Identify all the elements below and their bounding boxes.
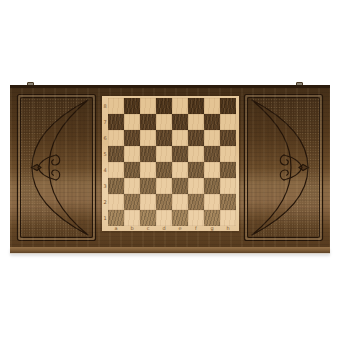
square-f7[interactable] (188, 114, 204, 130)
square-g5[interactable] (204, 146, 220, 162)
square-c7[interactable] (140, 114, 156, 130)
file-label-f: f (188, 225, 204, 231)
square-a5[interactable] (108, 146, 124, 162)
square-d5[interactable] (156, 146, 172, 162)
file-label-e: e (172, 225, 188, 231)
square-c4[interactable] (140, 162, 156, 178)
square-g2[interactable] (204, 194, 220, 210)
square-g8[interactable] (204, 98, 220, 114)
square-h1[interactable] (220, 210, 236, 226)
square-f1[interactable] (188, 210, 204, 226)
square-e7[interactable] (172, 114, 188, 130)
square-f6[interactable] (188, 130, 204, 146)
square-d3[interactable] (156, 178, 172, 194)
square-b4[interactable] (124, 162, 140, 178)
square-e2[interactable] (172, 194, 188, 210)
carved-case-face: 87654321 abcdefgh (10, 88, 330, 247)
square-c3[interactable] (140, 178, 156, 194)
square-g7[interactable] (204, 114, 220, 130)
square-h2[interactable] (220, 194, 236, 210)
square-e3[interactable] (172, 178, 188, 194)
square-a6[interactable] (108, 130, 124, 146)
crescent-ornament-left-icon (10, 88, 102, 247)
square-a3[interactable] (108, 178, 124, 194)
file-label-h: h (220, 225, 236, 231)
square-c6[interactable] (140, 130, 156, 146)
square-e5[interactable] (172, 146, 188, 162)
chessboard-panel: 87654321 abcdefgh (102, 96, 239, 231)
square-g4[interactable] (204, 162, 220, 178)
file-label-d: d (156, 225, 172, 231)
file-label-b: b (124, 225, 140, 231)
square-b2[interactable] (124, 194, 140, 210)
carved-panel-left (10, 88, 102, 247)
square-a8[interactable] (108, 98, 124, 114)
square-h5[interactable] (220, 146, 236, 162)
square-b3[interactable] (124, 178, 140, 194)
square-c5[interactable] (140, 146, 156, 162)
square-b6[interactable] (124, 130, 140, 146)
square-g3[interactable] (204, 178, 220, 194)
square-f8[interactable] (188, 98, 204, 114)
square-b7[interactable] (124, 114, 140, 130)
square-c2[interactable] (140, 194, 156, 210)
square-h7[interactable] (220, 114, 236, 130)
carved-panel-right (238, 88, 330, 247)
case-bottom-rim (10, 247, 330, 254)
file-label-c: c (140, 225, 156, 231)
square-d2[interactable] (156, 194, 172, 210)
square-b5[interactable] (124, 146, 140, 162)
square-h3[interactable] (220, 178, 236, 194)
square-h6[interactable] (220, 130, 236, 146)
square-h8[interactable] (220, 98, 236, 114)
chessboard-grid (108, 98, 236, 226)
square-d1[interactable] (156, 210, 172, 226)
square-e8[interactable] (172, 98, 188, 114)
square-d6[interactable] (156, 130, 172, 146)
crescent-ornament-right-icon (238, 88, 330, 247)
file-label-g: g (204, 225, 220, 231)
square-a1[interactable] (108, 210, 124, 226)
square-e1[interactable] (172, 210, 188, 226)
square-c1[interactable] (140, 210, 156, 226)
square-e4[interactable] (172, 162, 188, 178)
square-h4[interactable] (220, 162, 236, 178)
square-f4[interactable] (188, 162, 204, 178)
square-f3[interactable] (188, 178, 204, 194)
square-c8[interactable] (140, 98, 156, 114)
square-f2[interactable] (188, 194, 204, 210)
square-b1[interactable] (124, 210, 140, 226)
square-a4[interactable] (108, 162, 124, 178)
square-d7[interactable] (156, 114, 172, 130)
product-photo-scene: 87654321 abcdefgh (0, 0, 340, 340)
square-f5[interactable] (188, 146, 204, 162)
square-g6[interactable] (204, 130, 220, 146)
square-a2[interactable] (108, 194, 124, 210)
square-b8[interactable] (124, 98, 140, 114)
file-label-a: a (108, 225, 124, 231)
file-labels: abcdefgh (108, 225, 236, 231)
square-a7[interactable] (108, 114, 124, 130)
square-d8[interactable] (156, 98, 172, 114)
square-e6[interactable] (172, 130, 188, 146)
square-g1[interactable] (204, 210, 220, 226)
square-d4[interactable] (156, 162, 172, 178)
